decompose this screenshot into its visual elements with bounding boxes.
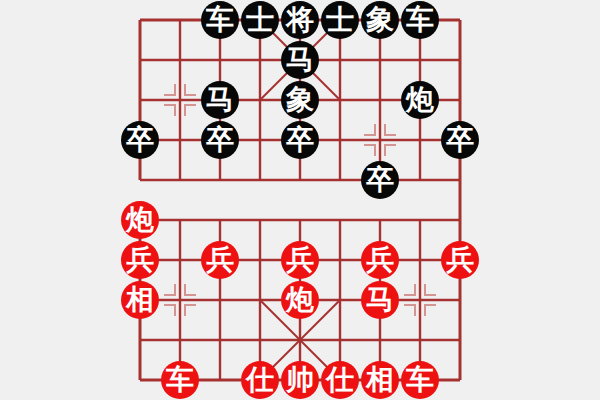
piece-red-chariot[interactable]: 车 [161,361,199,399]
star-point-mark [164,105,175,116]
piece-red-chariot[interactable]: 车 [401,361,439,399]
piece-red-soldier[interactable]: 兵 [281,241,319,279]
piece-red-general[interactable]: 帅 [281,361,319,399]
piece-red-elephant[interactable]: 相 [361,361,399,399]
piece-black-chariot[interactable]: 车 [401,1,439,39]
star-point-mark [425,284,436,295]
star-point-mark [185,84,196,95]
piece-black-soldier[interactable]: 卒 [201,121,239,159]
piece-red-elephant[interactable]: 相 [121,281,159,319]
piece-red-cannon[interactable]: 炮 [281,281,319,319]
star-point-mark [425,305,436,316]
piece-black-advisor[interactable]: 士 [321,1,359,39]
star-point-mark [364,124,375,135]
piece-black-soldier[interactable]: 卒 [121,121,159,159]
piece-black-horse[interactable]: 马 [281,41,319,79]
piece-black-chariot[interactable]: 车 [201,1,239,39]
star-point-mark [164,305,175,316]
star-point-mark [404,305,415,316]
piece-black-elephant[interactable]: 象 [281,81,319,119]
piece-black-soldier[interactable]: 卒 [361,161,399,199]
piece-black-general[interactable]: 将 [281,1,319,39]
star-point-mark [164,84,175,95]
piece-black-horse[interactable]: 马 [201,81,239,119]
piece-black-cannon[interactable]: 炮 [401,81,439,119]
star-point-mark [185,284,196,295]
piece-red-horse[interactable]: 马 [361,281,399,319]
piece-red-advisor[interactable]: 仕 [241,361,279,399]
piece-black-soldier[interactable]: 卒 [441,121,479,159]
star-point-mark [385,124,396,135]
piece-black-elephant[interactable]: 象 [361,1,399,39]
star-point-mark [185,105,196,116]
piece-black-soldier[interactable]: 卒 [281,121,319,159]
star-point-mark [385,145,396,156]
star-point-mark [164,284,175,295]
piece-red-advisor[interactable]: 仕 [321,361,359,399]
piece-red-soldier[interactable]: 兵 [441,241,479,279]
piece-red-soldier[interactable]: 兵 [121,241,159,279]
piece-black-advisor[interactable]: 士 [241,1,279,39]
piece-red-soldier[interactable]: 兵 [361,241,399,279]
star-point-mark [404,284,415,295]
piece-red-cannon[interactable]: 炮 [121,201,159,239]
star-point-mark [185,305,196,316]
xiangqi-board-screen: 车士将士象车马马象炮卒卒卒卒卒炮兵兵兵兵兵相炮马车仕帅仕相车 [0,0,600,400]
piece-red-soldier[interactable]: 兵 [201,241,239,279]
star-point-mark [364,145,375,156]
